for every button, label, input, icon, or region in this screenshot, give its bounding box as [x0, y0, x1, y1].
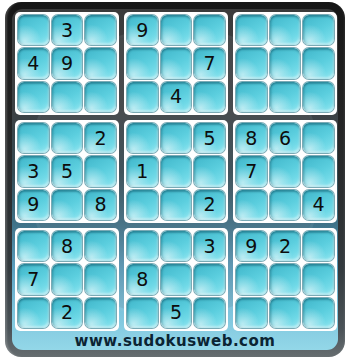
sudoku-grid: 34997423598512867487238592: [15, 12, 337, 331]
cell-r6c1[interactable]: 9: [18, 190, 49, 220]
cell-r4c3[interactable]: 2: [85, 123, 116, 153]
sudoku-board-frame: 34997423598512867487238592 www.sudokuswe…: [5, 2, 345, 357]
cell-r7c9[interactable]: [303, 231, 334, 261]
sudoku-board-background: 34997423598512867487238592 www.sudokuswe…: [12, 9, 338, 350]
cell-r4c2[interactable]: [52, 123, 83, 153]
box-1-2: 974: [124, 12, 228, 115]
box-1-3: [233, 12, 337, 115]
cell-r9c3[interactable]: [85, 298, 116, 328]
cell-r4c6[interactable]: 5: [194, 123, 225, 153]
cell-r5c7[interactable]: 7: [236, 156, 267, 186]
cell-r7c8[interactable]: 2: [270, 231, 301, 261]
cell-r4c8[interactable]: 6: [270, 123, 301, 153]
box-2-3: 8674: [233, 120, 337, 223]
cell-r2c8[interactable]: [270, 48, 301, 78]
cell-r7c1[interactable]: [18, 231, 49, 261]
cell-r8c4[interactable]: 8: [127, 264, 158, 294]
cell-r1c6[interactable]: [194, 15, 225, 45]
cell-r8c8[interactable]: [270, 264, 301, 294]
cell-r5c2[interactable]: 5: [52, 156, 83, 186]
cell-r9c8[interactable]: [270, 298, 301, 328]
box-2-1: 23598: [15, 120, 119, 223]
cell-r9c9[interactable]: [303, 298, 334, 328]
cell-r6c9[interactable]: 4: [303, 190, 334, 220]
cell-r8c7[interactable]: [236, 264, 267, 294]
cell-r7c3[interactable]: [85, 231, 116, 261]
cell-r1c3[interactable]: [85, 15, 116, 45]
box-3-2: 385: [124, 228, 228, 331]
cell-r2c1[interactable]: 4: [18, 48, 49, 78]
cell-r6c2[interactable]: [52, 190, 83, 220]
cell-r5c8[interactable]: [270, 156, 301, 186]
cell-r7c6[interactable]: 3: [194, 231, 225, 261]
cell-r9c1[interactable]: [18, 298, 49, 328]
cell-r9c4[interactable]: [127, 298, 158, 328]
cell-r4c5[interactable]: [161, 123, 192, 153]
cell-r6c4[interactable]: [127, 190, 158, 220]
cell-r3c1[interactable]: [18, 82, 49, 112]
cell-r5c9[interactable]: [303, 156, 334, 186]
website-url[interactable]: www.sudokusweb.com: [12, 331, 338, 350]
cell-r1c1[interactable]: [18, 15, 49, 45]
box-3-3: 92: [233, 228, 337, 331]
cell-r6c7[interactable]: [236, 190, 267, 220]
box-1-1: 349: [15, 12, 119, 115]
cell-r4c1[interactable]: [18, 123, 49, 153]
cell-r8c2[interactable]: [52, 264, 83, 294]
cell-r4c9[interactable]: [303, 123, 334, 153]
cell-r5c5[interactable]: [161, 156, 192, 186]
cell-r6c8[interactable]: [270, 190, 301, 220]
cell-r2c5[interactable]: [161, 48, 192, 78]
cell-r3c8[interactable]: [270, 82, 301, 112]
cell-r3c2[interactable]: [52, 82, 83, 112]
cell-r3c3[interactable]: [85, 82, 116, 112]
cell-r7c4[interactable]: [127, 231, 158, 261]
cell-r2c4[interactable]: [127, 48, 158, 78]
cell-r1c2[interactable]: 3: [52, 15, 83, 45]
cell-r8c1[interactable]: 7: [18, 264, 49, 294]
cell-r7c7[interactable]: 9: [236, 231, 267, 261]
cell-r1c7[interactable]: [236, 15, 267, 45]
cell-r2c9[interactable]: [303, 48, 334, 78]
cell-r6c5[interactable]: [161, 190, 192, 220]
cell-r5c6[interactable]: [194, 156, 225, 186]
box-2-2: 512: [124, 120, 228, 223]
cell-r5c4[interactable]: 1: [127, 156, 158, 186]
cell-r4c4[interactable]: [127, 123, 158, 153]
cell-r2c7[interactable]: [236, 48, 267, 78]
cell-r1c9[interactable]: [303, 15, 334, 45]
cell-r3c7[interactable]: [236, 82, 267, 112]
cell-r1c4[interactable]: 9: [127, 15, 158, 45]
cell-r9c2[interactable]: 2: [52, 298, 83, 328]
cell-r3c6[interactable]: [194, 82, 225, 112]
cell-r3c5[interactable]: 4: [161, 82, 192, 112]
cell-r8c9[interactable]: [303, 264, 334, 294]
cell-r7c5[interactable]: [161, 231, 192, 261]
cell-r1c8[interactable]: [270, 15, 301, 45]
cell-r3c4[interactable]: [127, 82, 158, 112]
cell-r2c6[interactable]: 7: [194, 48, 225, 78]
cell-r8c6[interactable]: [194, 264, 225, 294]
cell-r1c5[interactable]: [161, 15, 192, 45]
cell-r2c2[interactable]: 9: [52, 48, 83, 78]
cell-r9c7[interactable]: [236, 298, 267, 328]
cell-r2c3[interactable]: [85, 48, 116, 78]
cell-r5c1[interactable]: 3: [18, 156, 49, 186]
cell-r6c6[interactable]: 2: [194, 190, 225, 220]
cell-r8c5[interactable]: [161, 264, 192, 294]
cell-r6c3[interactable]: 8: [85, 190, 116, 220]
cell-r7c2[interactable]: 8: [52, 231, 83, 261]
cell-r8c3[interactable]: [85, 264, 116, 294]
cell-r9c5[interactable]: 5: [161, 298, 192, 328]
cell-r4c7[interactable]: 8: [236, 123, 267, 153]
box-3-1: 872: [15, 228, 119, 331]
cell-r5c3[interactable]: [85, 156, 116, 186]
cell-r9c6[interactable]: [194, 298, 225, 328]
sudoku-page: 34997423598512867487238592 www.sudokuswe…: [0, 0, 350, 360]
cell-r3c9[interactable]: [303, 82, 334, 112]
